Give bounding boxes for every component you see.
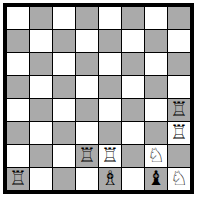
square-b5[interactable] <box>30 76 52 98</box>
square-c3[interactable] <box>53 122 75 144</box>
square-g2[interactable]: ♘ <box>145 145 167 167</box>
chess-board: ♖♖♖♖♘♖♗♝♘ <box>3 3 194 194</box>
black-bishop-icon: ♝ <box>147 168 165 189</box>
square-b2[interactable] <box>30 145 52 167</box>
white-rook-icon: ♖ <box>170 99 188 120</box>
square-a1[interactable]: ♖ <box>7 168 29 190</box>
square-f1[interactable] <box>122 168 144 190</box>
square-a4[interactable] <box>7 99 29 121</box>
square-f4[interactable] <box>122 99 144 121</box>
square-h2[interactable] <box>168 145 190 167</box>
square-h6[interactable] <box>168 53 190 75</box>
square-h4[interactable]: ♖ <box>168 99 190 121</box>
chess-diagram: ♖♖♖♖♘♖♗♝♘ <box>0 0 197 197</box>
square-g5[interactable] <box>145 76 167 98</box>
square-g3[interactable] <box>145 122 167 144</box>
square-e2[interactable]: ♖ <box>99 145 121 167</box>
square-b8[interactable] <box>30 7 52 29</box>
square-c5[interactable] <box>53 76 75 98</box>
square-d2[interactable]: ♖ <box>76 145 98 167</box>
square-f6[interactable] <box>122 53 144 75</box>
square-g6[interactable] <box>145 53 167 75</box>
white-rook-icon: ♖ <box>101 145 119 166</box>
square-g1[interactable]: ♝ <box>145 168 167 190</box>
square-e4[interactable] <box>99 99 121 121</box>
square-d7[interactable] <box>76 30 98 52</box>
square-c2[interactable] <box>53 145 75 167</box>
square-d3[interactable] <box>76 122 98 144</box>
square-c1[interactable] <box>53 168 75 190</box>
square-a2[interactable] <box>7 145 29 167</box>
white-knight-icon: ♘ <box>147 145 165 166</box>
white-bishop-icon: ♗ <box>101 168 119 189</box>
square-b6[interactable] <box>30 53 52 75</box>
square-f7[interactable] <box>122 30 144 52</box>
square-b1[interactable] <box>30 168 52 190</box>
square-h8[interactable] <box>168 7 190 29</box>
square-e5[interactable] <box>99 76 121 98</box>
square-d5[interactable] <box>76 76 98 98</box>
square-e3[interactable] <box>99 122 121 144</box>
square-e6[interactable] <box>99 53 121 75</box>
square-c8[interactable] <box>53 7 75 29</box>
square-b7[interactable] <box>30 30 52 52</box>
square-b3[interactable] <box>30 122 52 144</box>
square-a3[interactable] <box>7 122 29 144</box>
square-g7[interactable] <box>145 30 167 52</box>
square-d4[interactable] <box>76 99 98 121</box>
square-a8[interactable] <box>7 7 29 29</box>
square-e1[interactable]: ♗ <box>99 168 121 190</box>
square-d6[interactable] <box>76 53 98 75</box>
square-h7[interactable] <box>168 30 190 52</box>
square-e7[interactable] <box>99 30 121 52</box>
square-g4[interactable] <box>145 99 167 121</box>
square-f3[interactable] <box>122 122 144 144</box>
square-h3[interactable]: ♖ <box>168 122 190 144</box>
white-knight-icon: ♘ <box>170 168 188 189</box>
square-d1[interactable] <box>76 168 98 190</box>
square-g8[interactable] <box>145 7 167 29</box>
square-a6[interactable] <box>7 53 29 75</box>
square-a7[interactable] <box>7 30 29 52</box>
square-f8[interactable] <box>122 7 144 29</box>
square-h5[interactable] <box>168 76 190 98</box>
square-c7[interactable] <box>53 30 75 52</box>
square-f5[interactable] <box>122 76 144 98</box>
square-e8[interactable] <box>99 7 121 29</box>
white-rook-icon: ♖ <box>78 145 96 166</box>
square-b4[interactable] <box>30 99 52 121</box>
white-rook-icon: ♖ <box>170 122 188 143</box>
square-f2[interactable] <box>122 145 144 167</box>
white-rook-icon: ♖ <box>9 168 27 189</box>
square-d8[interactable] <box>76 7 98 29</box>
square-c4[interactable] <box>53 99 75 121</box>
square-c6[interactable] <box>53 53 75 75</box>
square-a5[interactable] <box>7 76 29 98</box>
square-h1[interactable]: ♘ <box>168 168 190 190</box>
